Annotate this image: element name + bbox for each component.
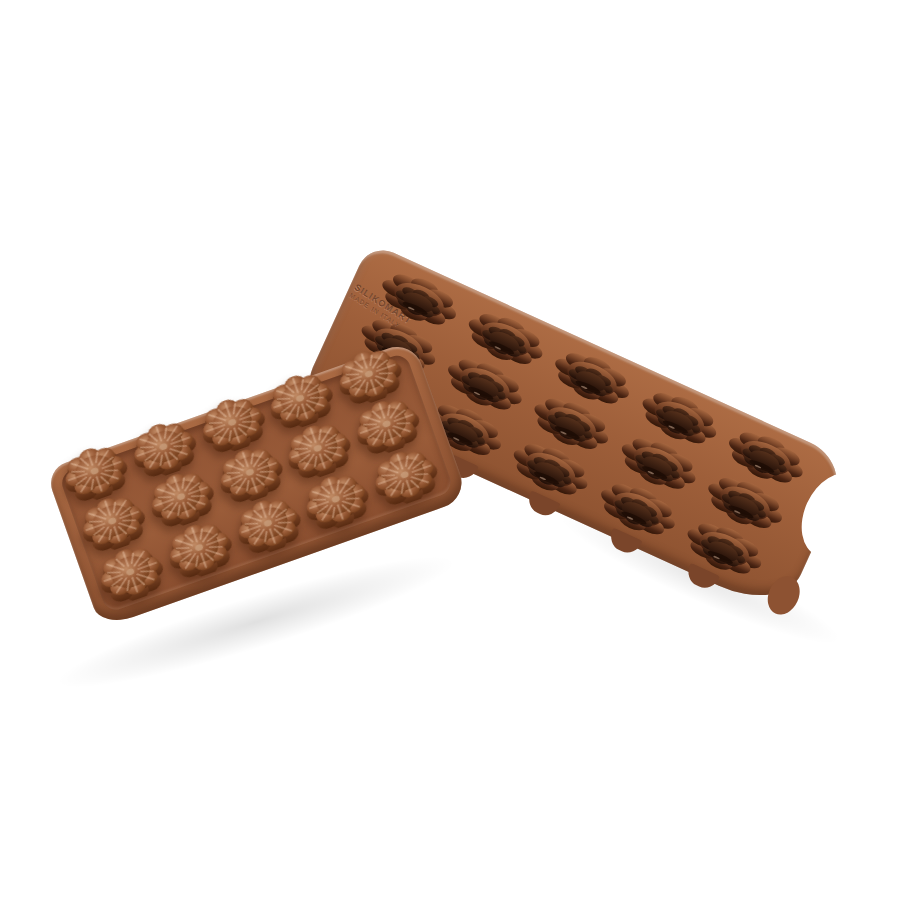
front-chocolate-mold <box>45 340 469 629</box>
mold-handle-tab <box>762 571 806 620</box>
product-photo-stage: SILIKOMART MADE IN ITALY <box>0 0 900 900</box>
chocolate-grid <box>58 346 446 612</box>
